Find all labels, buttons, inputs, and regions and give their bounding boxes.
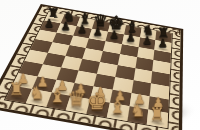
square-h1[interactable]: ♜: [147, 110, 168, 128]
piece-contact-shadow: [109, 112, 125, 120]
chess-set-photo: Wooden folk-carved chess set with all 32…: [0, 0, 200, 130]
square-c6[interactable]: [69, 35, 89, 48]
board-squares: ♜♞♝♛♚♝♞♜♟♟♟♟♟♟♟♟♟♟♟♟♟♟♟♟♜♞♝♛♚♝♞♜: [4, 11, 173, 129]
piece-contact-shadow: [69, 105, 86, 113]
square-b4[interactable]: [43, 53, 65, 67]
square-g1[interactable]: ♞: [127, 106, 149, 124]
piece-contact-shadow: [93, 95, 109, 102]
square-f1[interactable]: ♝: [107, 103, 130, 121]
square-c5[interactable]: [65, 45, 86, 59]
piece-contact-shadow: [48, 102, 65, 110]
square-a1[interactable]: ♜: [5, 86, 31, 103]
square-d2[interactable]: ♟: [71, 83, 94, 100]
piece-contact-shadow: [54, 88, 70, 95]
piece-contact-shadow: [129, 116, 145, 124]
piece-contact-shadow: [89, 109, 105, 117]
piece-contact-shadow: [150, 119, 166, 127]
piece-contact-shadow: [28, 98, 45, 106]
chess-board: ♜♞♝♛♚♝♞♜♟♟♟♟♟♟♟♟♟♟♟♟♟♟♟♟♜♞♝♛♚♝♞♜: [0, 4, 183, 130]
piece-contact-shadow: [8, 95, 26, 103]
